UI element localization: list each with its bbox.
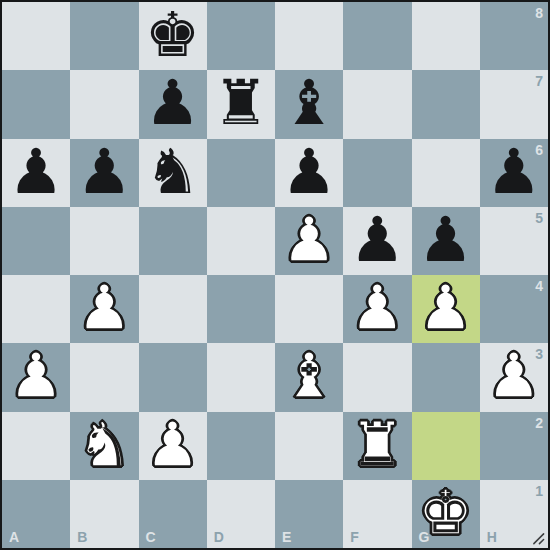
square-f6[interactable] <box>343 139 411 207</box>
white-pawn[interactable]: ♟ <box>8 345 64 407</box>
black-king[interactable]: ♚ <box>145 4 201 66</box>
square-e5[interactable]: ♟ <box>275 207 343 275</box>
square-e6[interactable]: ♟ <box>275 139 343 207</box>
rank-label-6: 6 <box>535 143 543 157</box>
square-b4[interactable]: ♟ <box>70 275 138 343</box>
square-f8[interactable] <box>343 2 411 70</box>
square-a1[interactable]: A <box>2 480 70 548</box>
file-label-c: C <box>146 530 156 544</box>
square-h2[interactable]: 2 <box>480 412 548 480</box>
black-pawn[interactable]: ♟ <box>486 141 542 203</box>
square-d6[interactable] <box>207 139 275 207</box>
white-pawn[interactable]: ♟ <box>418 277 474 339</box>
white-pawn[interactable]: ♟ <box>145 414 201 476</box>
square-b3[interactable] <box>70 343 138 411</box>
square-d8[interactable] <box>207 2 275 70</box>
square-f4[interactable]: ♟ <box>343 275 411 343</box>
rank-label-7: 7 <box>535 74 543 88</box>
white-knight[interactable]: ♞ <box>77 414 133 476</box>
rank-label-2: 2 <box>535 416 543 430</box>
square-e3[interactable]: ♝ <box>275 343 343 411</box>
square-d4[interactable] <box>207 275 275 343</box>
file-label-h: H <box>487 530 497 544</box>
file-label-e: E <box>282 530 291 544</box>
square-c3[interactable] <box>139 343 207 411</box>
white-bishop[interactable]: ♝ <box>281 345 337 407</box>
square-a3[interactable]: ♟ <box>2 343 70 411</box>
white-pawn[interactable]: ♟ <box>77 277 133 339</box>
rank-label-1: 1 <box>535 484 543 498</box>
square-h6[interactable]: ♟6 <box>480 139 548 207</box>
square-h5[interactable]: 5 <box>480 207 548 275</box>
square-b6[interactable]: ♟ <box>70 139 138 207</box>
square-a8[interactable] <box>2 2 70 70</box>
file-label-f: F <box>350 530 359 544</box>
square-b1[interactable]: B <box>70 480 138 548</box>
square-g2[interactable] <box>412 412 480 480</box>
square-b8[interactable] <box>70 2 138 70</box>
square-a7[interactable] <box>2 70 70 138</box>
white-rook[interactable]: ♜ <box>350 414 406 476</box>
square-g5[interactable]: ♟ <box>412 207 480 275</box>
square-c5[interactable] <box>139 207 207 275</box>
square-a5[interactable] <box>2 207 70 275</box>
square-e8[interactable] <box>275 2 343 70</box>
square-d2[interactable] <box>207 412 275 480</box>
square-a4[interactable] <box>2 275 70 343</box>
black-pawn[interactable]: ♟ <box>145 72 201 134</box>
square-g8[interactable] <box>412 2 480 70</box>
rank-label-3: 3 <box>535 347 543 361</box>
square-f5[interactable]: ♟ <box>343 207 411 275</box>
square-e1[interactable]: E <box>275 480 343 548</box>
file-label-a: A <box>9 530 19 544</box>
rank-label-5: 5 <box>535 211 543 225</box>
rank-label-4: 4 <box>535 279 543 293</box>
black-pawn[interactable]: ♟ <box>8 141 64 203</box>
black-rook[interactable]: ♜ <box>213 72 269 134</box>
black-knight[interactable]: ♞ <box>145 141 201 203</box>
square-h3[interactable]: ♟3 <box>480 343 548 411</box>
file-label-d: D <box>214 530 224 544</box>
rank-label-8: 8 <box>535 6 543 20</box>
square-b2[interactable]: ♞ <box>70 412 138 480</box>
square-b5[interactable] <box>70 207 138 275</box>
black-bishop[interactable]: ♝ <box>281 72 337 134</box>
square-g7[interactable] <box>412 70 480 138</box>
square-e7[interactable]: ♝ <box>275 70 343 138</box>
square-e4[interactable] <box>275 275 343 343</box>
white-pawn[interactable]: ♟ <box>281 209 337 271</box>
square-d5[interactable] <box>207 207 275 275</box>
black-pawn[interactable]: ♟ <box>350 209 406 271</box>
resize-handle-icon[interactable] <box>532 532 545 545</box>
square-c6[interactable]: ♞ <box>139 139 207 207</box>
square-d3[interactable] <box>207 343 275 411</box>
square-c2[interactable]: ♟ <box>139 412 207 480</box>
square-f7[interactable] <box>343 70 411 138</box>
square-h8[interactable]: 8 <box>480 2 548 70</box>
square-d7[interactable]: ♜ <box>207 70 275 138</box>
file-label-b: B <box>77 530 87 544</box>
square-c4[interactable] <box>139 275 207 343</box>
square-c7[interactable]: ♟ <box>139 70 207 138</box>
square-h4[interactable]: 4 <box>480 275 548 343</box>
square-e2[interactable] <box>275 412 343 480</box>
square-a2[interactable] <box>2 412 70 480</box>
chess-board: ♚8♟♜♝7♟♟♞♟♟6♟♟♟5♟♟♟4♟♝♟3♞♟♜2ABCDEF♚GH1 <box>0 0 550 550</box>
black-pawn[interactable]: ♟ <box>77 141 133 203</box>
square-b7[interactable] <box>70 70 138 138</box>
square-g3[interactable] <box>412 343 480 411</box>
white-pawn[interactable]: ♟ <box>350 277 406 339</box>
black-pawn[interactable]: ♟ <box>281 141 337 203</box>
file-label-g: G <box>419 530 430 544</box>
square-g1[interactable]: ♚G <box>412 480 480 548</box>
black-pawn[interactable]: ♟ <box>418 209 474 271</box>
square-d1[interactable]: D <box>207 480 275 548</box>
square-f2[interactable]: ♜ <box>343 412 411 480</box>
square-g6[interactable] <box>412 139 480 207</box>
square-a6[interactable]: ♟ <box>2 139 70 207</box>
square-c1[interactable]: C <box>139 480 207 548</box>
square-f3[interactable] <box>343 343 411 411</box>
square-c8[interactable]: ♚ <box>139 2 207 70</box>
white-pawn[interactable]: ♟ <box>486 345 542 407</box>
square-h7[interactable]: 7 <box>480 70 548 138</box>
square-g4[interactable]: ♟ <box>412 275 480 343</box>
square-f1[interactable]: F <box>343 480 411 548</box>
